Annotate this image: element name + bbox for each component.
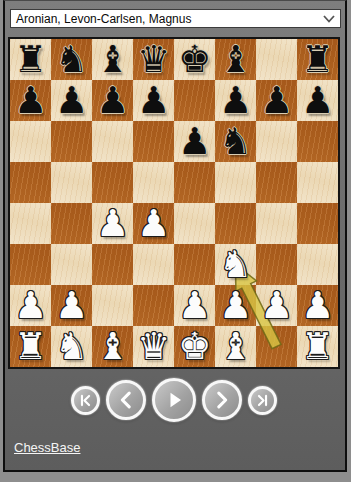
next-move-button[interactable]	[202, 380, 242, 420]
chevron-down-icon	[322, 14, 336, 24]
empty-b5	[51, 162, 92, 203]
empty-g1	[256, 326, 297, 367]
chevron-right-bar-icon	[254, 392, 271, 409]
empty-e4	[174, 203, 215, 244]
piece-f3: ♞	[215, 244, 256, 285]
piece-b1: ♞	[51, 326, 92, 367]
previous-move-button[interactable]	[106, 380, 146, 420]
piece-h2: ♟	[297, 285, 338, 326]
piece-e1: ♚	[174, 326, 215, 367]
empty-a3	[10, 244, 51, 285]
empty-d5	[133, 162, 174, 203]
piece-b2: ♟	[51, 285, 92, 326]
piece-h7: ♟	[297, 80, 338, 121]
piece-d1: ♛	[133, 326, 174, 367]
game-selector-value: Aronian, Levon-Carlsen, Magnus	[11, 12, 322, 26]
empty-f5	[215, 162, 256, 203]
piece-b8: ♞	[51, 39, 92, 80]
piece-a8: ♜	[10, 39, 51, 80]
piece-e2: ♟	[174, 285, 215, 326]
empty-g6	[256, 121, 297, 162]
chessbase-replayer-widget: Aronian, Levon-Carlsen, Magnus ♜♞♝♛♚♝♜♟♟…	[0, 0, 351, 482]
chess-board: ♜♞♝♛♚♝♜♟♟♟♟♟♟♟♟♞♟♟♞♟♟♟♟♟♟♜♞♝♛♚♝♜	[8, 37, 340, 369]
piece-a2: ♟	[10, 285, 51, 326]
piece-e8: ♚	[174, 39, 215, 80]
empty-a4	[10, 203, 51, 244]
empty-b3	[51, 244, 92, 285]
empty-e5	[174, 162, 215, 203]
chevron-left-icon	[115, 389, 137, 411]
empty-g5	[256, 162, 297, 203]
empty-a6	[10, 121, 51, 162]
empty-b4	[51, 203, 92, 244]
piece-c8: ♝	[92, 39, 133, 80]
piece-f6: ♞	[215, 121, 256, 162]
jump-to-end-button[interactable]	[248, 386, 277, 415]
piece-f1: ♝	[215, 326, 256, 367]
piece-f7: ♟	[215, 80, 256, 121]
piece-d4: ♟	[133, 203, 174, 244]
piece-d7: ♟	[133, 80, 174, 121]
empty-h4	[297, 203, 338, 244]
chessbase-link[interactable]: ChessBase	[14, 440, 80, 455]
empty-c2	[92, 285, 133, 326]
empty-d3	[133, 244, 174, 285]
piece-c4: ♟	[92, 203, 133, 244]
piece-c7: ♟	[92, 80, 133, 121]
empty-h6	[297, 121, 338, 162]
piece-e6: ♟	[174, 121, 215, 162]
empty-g8	[256, 39, 297, 80]
move-navigation	[8, 376, 340, 424]
empty-d2	[133, 285, 174, 326]
empty-g3	[256, 244, 297, 285]
piece-g7: ♟	[256, 80, 297, 121]
play-button[interactable]	[152, 378, 196, 422]
game-selector-dropdown[interactable]: Aronian, Levon-Carlsen, Magnus	[10, 9, 341, 28]
chevron-right-icon	[211, 389, 233, 411]
piece-b7: ♟	[51, 80, 92, 121]
piece-d8: ♛	[133, 39, 174, 80]
jump-to-start-button[interactable]	[71, 386, 100, 415]
piece-f2: ♟	[215, 285, 256, 326]
empty-e3	[174, 244, 215, 285]
empty-g4	[256, 203, 297, 244]
empty-e7	[174, 80, 215, 121]
empty-a5	[10, 162, 51, 203]
piece-c1: ♝	[92, 326, 133, 367]
piece-h8: ♜	[297, 39, 338, 80]
board-pieces: ♜♞♝♛♚♝♜♟♟♟♟♟♟♟♟♞♟♟♞♟♟♟♟♟♟♜♞♝♛♚♝♜	[10, 39, 338, 367]
empty-c3	[92, 244, 133, 285]
empty-h5	[297, 162, 338, 203]
empty-b6	[51, 121, 92, 162]
piece-g2: ♟	[256, 285, 297, 326]
piece-a7: ♟	[10, 80, 51, 121]
chevron-left-bar-icon	[77, 392, 94, 409]
play-icon	[162, 388, 186, 412]
empty-c6	[92, 121, 133, 162]
empty-d6	[133, 121, 174, 162]
piece-a1: ♜	[10, 326, 51, 367]
piece-h1: ♜	[297, 326, 338, 367]
empty-h3	[297, 244, 338, 285]
empty-f4	[215, 203, 256, 244]
empty-c5	[92, 162, 133, 203]
piece-f8: ♝	[215, 39, 256, 80]
